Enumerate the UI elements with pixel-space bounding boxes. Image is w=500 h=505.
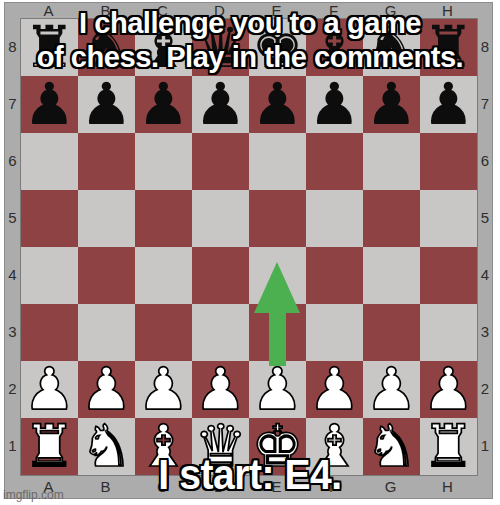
square-f3 bbox=[306, 304, 363, 361]
square-h7: ♟ bbox=[420, 76, 477, 133]
piece-white-pawn: ♟ bbox=[81, 361, 133, 418]
piece-white-pawn: ♟ bbox=[423, 361, 475, 418]
square-e2: ♟ bbox=[249, 361, 306, 418]
square-d7: ♟ bbox=[192, 76, 249, 133]
square-c5 bbox=[135, 190, 192, 247]
square-g3 bbox=[363, 304, 420, 361]
square-d2: ♟ bbox=[192, 361, 249, 418]
square-g2: ♟ bbox=[363, 361, 420, 418]
piece-black-pawn: ♟ bbox=[195, 76, 247, 133]
square-f6 bbox=[306, 133, 363, 190]
square-f2: ♟ bbox=[306, 361, 363, 418]
rank-label-right-3: 3 bbox=[478, 303, 492, 360]
piece-black-pawn: ♟ bbox=[309, 76, 361, 133]
square-e7: ♟ bbox=[249, 76, 306, 133]
rank-label-left-5: 5 bbox=[5, 189, 20, 246]
square-h4 bbox=[420, 247, 477, 304]
square-a7: ♟ bbox=[21, 76, 78, 133]
piece-white-pawn: ♟ bbox=[366, 361, 418, 418]
square-c3 bbox=[135, 304, 192, 361]
square-d5 bbox=[192, 190, 249, 247]
rank-label-right-6: 6 bbox=[478, 132, 492, 189]
square-f7: ♟ bbox=[306, 76, 363, 133]
square-b4 bbox=[78, 247, 135, 304]
board-frame: ♜♞♝♛♚♝♞♜♟♟♟♟♟♟♟♟♟♟♟♟♟♟♟♟♜♞♝♛♚♝♞♜ AABBCCD… bbox=[4, 2, 493, 499]
piece-black-pawn: ♟ bbox=[24, 76, 76, 133]
square-g4 bbox=[363, 247, 420, 304]
square-h2: ♟ bbox=[420, 361, 477, 418]
square-a4 bbox=[21, 247, 78, 304]
rank-label-left-3: 3 bbox=[5, 303, 20, 360]
square-g5 bbox=[363, 190, 420, 247]
square-b7: ♟ bbox=[78, 76, 135, 133]
piece-black-pawn: ♟ bbox=[252, 76, 304, 133]
piece-white-pawn: ♟ bbox=[252, 361, 304, 418]
piece-black-pawn: ♟ bbox=[138, 76, 190, 133]
square-c4 bbox=[135, 247, 192, 304]
square-c7: ♟ bbox=[135, 76, 192, 133]
piece-black-pawn: ♟ bbox=[423, 76, 475, 133]
square-e5 bbox=[249, 190, 306, 247]
meme-top-text: I challenge you to a game of chess. Play… bbox=[8, 6, 493, 74]
move-arrow-head bbox=[254, 262, 300, 313]
square-h3 bbox=[420, 304, 477, 361]
piece-white-pawn: ♟ bbox=[309, 361, 361, 418]
square-d4 bbox=[192, 247, 249, 304]
rank-label-left-4: 4 bbox=[5, 246, 20, 303]
chess-meme-image: ♜♞♝♛♚♝♞♜♟♟♟♟♟♟♟♟♟♟♟♟♟♟♟♟♜♞♝♛♚♝♞♜ AABBCCD… bbox=[0, 0, 500, 505]
square-b6 bbox=[78, 133, 135, 190]
square-g7: ♟ bbox=[363, 76, 420, 133]
square-a2: ♟ bbox=[21, 361, 78, 418]
square-e6 bbox=[249, 133, 306, 190]
move-arrow-shaft bbox=[269, 312, 286, 366]
meme-bottom-text: I start: E4. bbox=[18, 452, 483, 498]
piece-black-pawn: ♟ bbox=[366, 76, 418, 133]
square-c6 bbox=[135, 133, 192, 190]
rank-label-right-4: 4 bbox=[478, 246, 492, 303]
square-c2: ♟ bbox=[135, 361, 192, 418]
piece-white-pawn: ♟ bbox=[138, 361, 190, 418]
square-a3 bbox=[21, 304, 78, 361]
square-b3 bbox=[78, 304, 135, 361]
meme-top-line-1: I challenge you to a game bbox=[8, 6, 493, 40]
imgflip-watermark: imgflip.com bbox=[3, 488, 64, 502]
rank-label-right-5: 5 bbox=[478, 189, 492, 246]
rank-label-right-7: 7 bbox=[478, 75, 492, 132]
piece-white-pawn: ♟ bbox=[24, 361, 76, 418]
meme-top-line-2: of chess. Play in the comments. bbox=[8, 40, 493, 74]
rank-label-left-7: 7 bbox=[5, 75, 20, 132]
square-b2: ♟ bbox=[78, 361, 135, 418]
chess-board: ♜♞♝♛♚♝♞♜♟♟♟♟♟♟♟♟♟♟♟♟♟♟♟♟♜♞♝♛♚♝♞♜ bbox=[20, 18, 478, 476]
piece-white-pawn: ♟ bbox=[195, 361, 247, 418]
square-h5 bbox=[420, 190, 477, 247]
piece-black-pawn: ♟ bbox=[81, 76, 133, 133]
square-f4 bbox=[306, 247, 363, 304]
square-h6 bbox=[420, 133, 477, 190]
square-a5 bbox=[21, 190, 78, 247]
square-f5 bbox=[306, 190, 363, 247]
square-a6 bbox=[21, 133, 78, 190]
rank-label-left-2: 2 bbox=[5, 360, 20, 417]
rank-label-right-2: 2 bbox=[478, 360, 492, 417]
square-d6 bbox=[192, 133, 249, 190]
rank-label-left-6: 6 bbox=[5, 132, 20, 189]
square-d3 bbox=[192, 304, 249, 361]
square-g6 bbox=[363, 133, 420, 190]
square-b5 bbox=[78, 190, 135, 247]
